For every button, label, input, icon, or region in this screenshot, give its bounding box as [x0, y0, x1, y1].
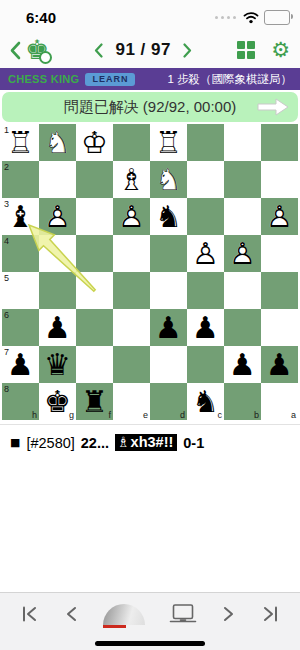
- grid-icon[interactable]: [237, 41, 255, 59]
- chess-board-area: 1♜♖♞♘♚♔♜♖2♝♗♞♘3♝♟♙♟♙♞♟♙4♟♙♟♙56♟♟♟7♟♛♟♟8h…: [2, 124, 298, 420]
- skip-to-start-button[interactable]: [20, 602, 40, 626]
- computer-analysis-button[interactable]: [169, 602, 197, 626]
- square-d6[interactable]: ♟: [150, 309, 187, 346]
- square-g8[interactable]: g♚: [39, 383, 76, 420]
- square-e7[interactable]: [113, 346, 150, 383]
- square-f3[interactable]: [76, 198, 113, 235]
- square-h4[interactable]: 4: [2, 235, 39, 272]
- black-queen: ♛: [39, 346, 76, 383]
- square-b5[interactable]: [224, 272, 261, 309]
- learn-badge: LEARN: [85, 73, 135, 86]
- white-pawn: ♟♙: [39, 198, 76, 235]
- square-a7[interactable]: ♟: [261, 346, 298, 383]
- white-bishop: ♝♗: [113, 161, 150, 198]
- square-b6[interactable]: [224, 309, 261, 346]
- white-rook: ♜♖: [150, 124, 187, 161]
- black-pawn: ♟: [261, 346, 298, 383]
- battery-icon: [264, 10, 290, 25]
- white-pawn: ♟♙: [224, 235, 261, 272]
- white-king: ♚♔: [76, 124, 113, 161]
- square-e8[interactable]: e: [113, 383, 150, 420]
- black-pawn: ♟: [224, 346, 261, 383]
- square-e4[interactable]: [113, 235, 150, 272]
- square-g3[interactable]: ♟♙: [39, 198, 76, 235]
- square-f2[interactable]: [76, 161, 113, 198]
- square-d7[interactable]: [150, 346, 187, 383]
- square-a3[interactable]: ♟♙: [261, 198, 298, 235]
- next-chevron-icon[interactable]: [183, 43, 192, 58]
- square-c1[interactable]: [187, 124, 224, 161]
- square-f4[interactable]: [76, 235, 113, 272]
- file-label: g: [69, 410, 74, 420]
- square-h7[interactable]: 7♟: [2, 346, 39, 383]
- square-g6[interactable]: ♟: [39, 309, 76, 346]
- file-label: d: [180, 410, 185, 420]
- solved-banner[interactable]: 問題已解决 (92/92, 00:00): [2, 92, 298, 122]
- square-c6[interactable]: ♟: [187, 309, 224, 346]
- black-rook: ♜: [76, 383, 113, 420]
- course-title: 1 步殺（國際象棋謎局）: [167, 72, 292, 87]
- square-f8[interactable]: f♜: [76, 383, 113, 420]
- black-pawn: ♟: [187, 309, 224, 346]
- square-g5[interactable]: [39, 272, 76, 309]
- puzzle-counter: 91 / 97: [115, 40, 171, 60]
- file-label: f: [108, 410, 111, 420]
- chess-king-logo[interactable]: ♚: [25, 35, 49, 65]
- clock: 6:40: [26, 9, 56, 26]
- square-b7[interactable]: ♟: [224, 346, 261, 383]
- square-g1[interactable]: ♞♘: [39, 124, 76, 161]
- white-knight: ♞♘: [150, 161, 187, 198]
- status-bar: 6:40: [0, 0, 300, 32]
- logo-badge: [39, 51, 52, 64]
- rank-label: 7: [4, 347, 9, 357]
- square-h8[interactable]: 8h: [2, 383, 39, 420]
- square-c4[interactable]: ♟♙: [187, 235, 224, 272]
- navigation-bar: ♚ 91 / 97 ⚙: [0, 32, 300, 68]
- black-pawn: ♟: [150, 309, 187, 346]
- square-e3[interactable]: ♟♙: [113, 198, 150, 235]
- square-h5[interactable]: 5: [2, 272, 39, 309]
- rank-label: 1: [4, 125, 9, 135]
- square-d5[interactable]: [150, 272, 187, 309]
- square-d4[interactable]: [150, 235, 187, 272]
- square-c3[interactable]: [187, 198, 224, 235]
- chess-board: 1♜♖♞♘♚♔♜♖2♝♗♞♘3♝♟♙♟♙♞♟♙4♟♙♟♙56♟♟♟7♟♛♟♟8h…: [2, 124, 298, 420]
- square-e2[interactable]: ♝♗: [113, 161, 150, 198]
- white-pawn: ♟♙: [187, 235, 224, 272]
- square-f5[interactable]: [76, 272, 113, 309]
- white-pawn: ♟♙: [113, 198, 150, 235]
- back-chevron-icon[interactable]: [10, 41, 21, 60]
- file-label: a: [291, 410, 296, 420]
- square-a5[interactable]: [261, 272, 298, 309]
- square-b3[interactable]: [224, 198, 261, 235]
- square-b1[interactable]: [224, 124, 261, 161]
- square-c7[interactable]: [187, 346, 224, 383]
- square-f7[interactable]: [76, 346, 113, 383]
- black-to-move-icon: ■: [10, 436, 20, 450]
- white-pawn: ♟♙: [261, 198, 298, 235]
- square-e5[interactable]: [113, 272, 150, 309]
- square-f6[interactable]: [76, 309, 113, 346]
- game-result: 0-1: [183, 435, 204, 451]
- solved-message: 問題已解决 (92/92, 00:00): [64, 98, 237, 117]
- file-label: h: [32, 410, 37, 420]
- cellular-signal-icon: [215, 16, 236, 19]
- square-g2[interactable]: [39, 161, 76, 198]
- square-e1[interactable]: [113, 124, 150, 161]
- square-a2[interactable]: [261, 161, 298, 198]
- square-h1[interactable]: 1♜♖: [2, 124, 39, 161]
- puzzle-id: [#2580]: [26, 435, 74, 451]
- square-c8[interactable]: c♞: [187, 383, 224, 420]
- square-g7[interactable]: ♛: [39, 346, 76, 383]
- square-c2[interactable]: [187, 161, 224, 198]
- square-d2[interactable]: ♞♘: [150, 161, 187, 198]
- highlighted-move[interactable]: ♗xh3#!!: [115, 434, 177, 451]
- black-pawn: ♟: [39, 309, 76, 346]
- bishop-icon: ♗: [117, 434, 130, 450]
- black-knight: ♞: [150, 198, 187, 235]
- square-b4[interactable]: ♟♙: [224, 235, 261, 272]
- right-arrow-icon[interactable]: [256, 96, 290, 118]
- app-name: CHESS KING: [8, 73, 79, 85]
- file-label: e: [143, 410, 148, 420]
- square-a8[interactable]: a: [261, 383, 298, 420]
- move-caption: ■ [#2580] 22... ♗xh3#!! 0-1: [0, 425, 300, 460]
- file-label: b: [254, 410, 259, 420]
- square-c5[interactable]: [187, 272, 224, 309]
- square-f1[interactable]: ♚♔: [76, 124, 113, 161]
- brand-bar: CHESS KING LEARN 1 步殺（國際象棋謎局）: [0, 68, 300, 90]
- prev-chevron-icon[interactable]: [94, 43, 103, 58]
- square-d8[interactable]: d: [150, 383, 187, 420]
- status-icons: [215, 10, 290, 25]
- rank-label: 6: [4, 310, 9, 320]
- square-g4[interactable]: [39, 235, 76, 272]
- rank-label: 4: [4, 236, 9, 246]
- square-a4[interactable]: [261, 235, 298, 272]
- square-h2[interactable]: 2: [2, 161, 39, 198]
- engine-gauge-icon[interactable]: [103, 602, 145, 626]
- square-b2[interactable]: [224, 161, 261, 198]
- square-e6[interactable]: [113, 309, 150, 346]
- white-knight: ♞♘: [39, 124, 76, 161]
- home-indicator[interactable]: [95, 641, 205, 646]
- wifi-icon: [243, 11, 259, 24]
- file-label: c: [218, 410, 223, 420]
- square-a6[interactable]: [261, 309, 298, 346]
- rank-label: 2: [4, 162, 9, 172]
- square-h6[interactable]: 6: [2, 309, 39, 346]
- puzzle-pager: 91 / 97: [49, 40, 237, 60]
- square-h3[interactable]: 3♝: [2, 198, 39, 235]
- next-move-button[interactable]: [220, 602, 236, 626]
- square-d3[interactable]: ♞: [150, 198, 187, 235]
- rank-label: 5: [4, 273, 9, 283]
- rank-label: 8: [4, 384, 9, 394]
- square-b8[interactable]: b: [224, 383, 261, 420]
- move-number: 22...: [81, 435, 109, 451]
- square-a1[interactable]: [261, 124, 298, 161]
- skip-to-end-button[interactable]: [260, 602, 280, 626]
- gear-icon[interactable]: ⚙: [271, 39, 290, 61]
- previous-move-button[interactable]: [64, 602, 80, 626]
- square-d1[interactable]: ♜♖: [150, 124, 187, 161]
- rank-label: 3: [4, 199, 9, 209]
